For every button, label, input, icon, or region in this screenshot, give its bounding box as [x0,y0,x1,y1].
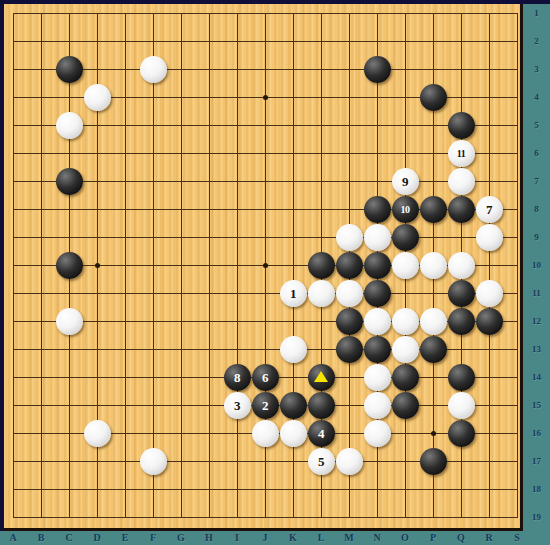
move-number-label: 9 [392,168,419,195]
stone-white-F3 [140,56,167,83]
row-label-4: 4 [523,92,550,102]
row-label-10: 10 [523,260,550,270]
stone-black-N3 [364,56,391,83]
stone-white-I15: 3 [224,392,251,419]
grid-line [13,517,518,518]
stone-black-M13 [336,336,363,363]
stone-white-R8: 7 [476,196,503,223]
stone-black-O15 [392,392,419,419]
stone-black-R12 [476,308,503,335]
row-label-11: 11 [523,288,550,298]
col-label-P: P [423,532,443,543]
go-board[interactable]: 1191071863245 [4,4,523,531]
stone-black-J15: 2 [252,392,279,419]
stone-white-F17 [140,448,167,475]
stone-white-C12 [56,308,83,335]
col-label-H: H [199,532,219,543]
row-label-9: 9 [523,232,550,242]
stone-black-O8: 10 [392,196,419,223]
stone-black-C10 [56,252,83,279]
stone-black-Q16 [448,420,475,447]
move-number-label: 2 [252,392,279,419]
go-board-viewer: 1191071863245 12345678910111213141516171… [0,0,550,545]
stone-white-N12 [364,308,391,335]
col-label-Q: Q [451,532,471,543]
stone-white-P12 [420,308,447,335]
col-label-E: E [115,532,135,543]
col-label-A: A [3,532,23,543]
stone-white-M9 [336,224,363,251]
stone-white-C5 [56,112,83,139]
stone-white-R11 [476,280,503,307]
stone-black-N10 [364,252,391,279]
row-coordinates: 12345678910111213141516171819 [523,4,550,531]
col-label-M: M [339,532,359,543]
stone-black-I14: 8 [224,364,251,391]
stone-black-L14 [308,364,335,391]
move-number-label: 1 [280,280,307,307]
stone-black-O9 [392,224,419,251]
stone-black-P17 [420,448,447,475]
row-label-18: 18 [523,484,550,494]
row-label-19: 19 [523,512,550,522]
stone-white-M17 [336,448,363,475]
stone-white-O7: 9 [392,168,419,195]
move-number-label: 3 [224,392,251,419]
stone-black-P13 [420,336,447,363]
stone-white-Q10 [448,252,475,279]
star-point [263,263,268,268]
stone-black-N11 [364,280,391,307]
move-number-label: 4 [308,420,335,447]
row-label-1: 1 [523,8,550,18]
move-number-label: 10 [392,196,419,223]
grid-line [13,293,518,294]
move-number-label: 5 [308,448,335,475]
stone-black-M12 [336,308,363,335]
stone-white-K11: 1 [280,280,307,307]
stone-black-P8 [420,196,447,223]
stone-white-J16 [252,420,279,447]
move-number-label: 11 [448,140,475,167]
stone-black-C3 [56,56,83,83]
stone-black-Q5 [448,112,475,139]
stone-black-N8 [364,196,391,223]
stone-black-K15 [280,392,307,419]
stone-white-O13 [392,336,419,363]
row-label-8: 8 [523,204,550,214]
stone-white-R9 [476,224,503,251]
row-label-13: 13 [523,344,550,354]
stone-white-N9 [364,224,391,251]
stone-white-Q6: 11 [448,140,475,167]
col-label-D: D [87,532,107,543]
col-label-I: I [227,532,247,543]
row-label-16: 16 [523,428,550,438]
move-number-label: 7 [476,196,503,223]
stone-white-N15 [364,392,391,419]
stone-black-L16: 4 [308,420,335,447]
col-label-G: G [171,532,191,543]
stone-white-D16 [84,420,111,447]
star-point [431,431,436,436]
col-label-L: L [311,532,331,543]
row-label-5: 5 [523,120,550,130]
triangle-marker-icon [314,371,328,382]
col-label-R: R [479,532,499,543]
stone-black-Q14 [448,364,475,391]
stone-white-K13 [280,336,307,363]
row-label-3: 3 [523,64,550,74]
stone-black-L15 [308,392,335,419]
stone-white-D4 [84,84,111,111]
col-label-S: S [507,532,527,543]
stone-white-K16 [280,420,307,447]
stone-white-O12 [392,308,419,335]
col-label-K: K [283,532,303,543]
move-number-label: 8 [224,364,251,391]
stone-black-N13 [364,336,391,363]
stone-white-N16 [364,420,391,447]
col-label-N: N [367,532,387,543]
col-label-O: O [395,532,415,543]
stone-black-P4 [420,84,447,111]
col-label-B: B [31,532,51,543]
column-coordinates: ABCDEFGHIJKLMNOPQRS [0,531,550,545]
row-label-14: 14 [523,372,550,382]
grid-line [13,489,518,490]
star-point [263,95,268,100]
stone-black-L10 [308,252,335,279]
row-label-2: 2 [523,36,550,46]
stone-white-Q7 [448,168,475,195]
row-label-7: 7 [523,176,550,186]
stone-white-N14 [364,364,391,391]
stone-black-Q8 [448,196,475,223]
col-label-J: J [255,532,275,543]
row-label-6: 6 [523,148,550,158]
row-label-17: 17 [523,456,550,466]
stone-white-L11 [308,280,335,307]
col-label-C: C [59,532,79,543]
row-label-15: 15 [523,400,550,410]
stone-black-O14 [392,364,419,391]
stone-white-O10 [392,252,419,279]
move-number-label: 6 [252,364,279,391]
grid-line [489,13,490,518]
stone-white-Q15 [448,392,475,419]
stone-black-Q12 [448,308,475,335]
stone-white-P10 [420,252,447,279]
stone-black-M10 [336,252,363,279]
stone-white-M11 [336,280,363,307]
grid-line [517,13,518,518]
star-point [95,263,100,268]
stone-black-J14: 6 [252,364,279,391]
col-label-F: F [143,532,163,543]
stone-black-C7 [56,168,83,195]
row-label-12: 12 [523,316,550,326]
stone-white-L17: 5 [308,448,335,475]
stone-black-Q11 [448,280,475,307]
